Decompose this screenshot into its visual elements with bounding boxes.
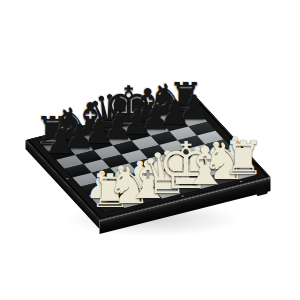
pieces-layer: ♜♞♝♛♚♝♞♜♟♟♟♟♟♟♟♟♟♟♟♟♟♟♟♟♜♞♝♛♚♝♞♜ [0,0,300,300]
piece-black-pawn-h7[interactable]: ♟ [179,92,209,126]
chess-set-photo: ♜♞♝♛♚♝♞♜♟♟♟♟♟♟♟♟♟♟♟♟♟♟♟♟♜♞♝♛♚♝♞♜ [0,0,300,300]
piece-white-rook-h1[interactable]: ♜ [223,135,265,182]
